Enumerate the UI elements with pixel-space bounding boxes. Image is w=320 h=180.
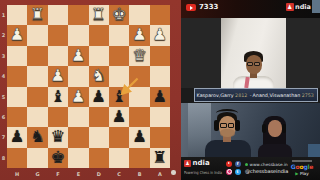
twitter-circle-icon[interactable]: t	[235, 169, 241, 175]
square-h7[interactable]: ♟	[7, 127, 27, 147]
square-b3[interactable]: ♛	[129, 46, 149, 66]
google-play-badge[interactable]: Google ▶ Play	[287, 159, 317, 176]
square-h3[interactable]	[7, 46, 27, 66]
player-webcam-feed	[221, 18, 286, 88]
brand-tagline: Powering Chess in India	[184, 170, 222, 175]
instagram-lens-icon	[227, 169, 232, 174]
piece-wK[interactable]: ♚	[109, 5, 129, 25]
piece-bQ[interactable]: ♛	[48, 127, 68, 147]
square-c6[interactable]: ♟	[109, 107, 129, 127]
commentator-male-body	[205, 140, 251, 157]
file-label: D	[89, 169, 109, 179]
square-d2[interactable]	[89, 25, 109, 45]
youtube-circle-icon[interactable]	[226, 161, 232, 167]
piece-wP[interactable]: ♟	[48, 66, 68, 86]
piece-bP[interactable]: ♟	[7, 127, 27, 147]
square-g3[interactable]	[27, 46, 47, 66]
player-glasses	[247, 62, 260, 66]
square-c1[interactable]: ♚	[109, 5, 129, 25]
commentators-webcam-panel	[181, 103, 320, 157]
square-d5[interactable]: ♟	[89, 87, 109, 107]
square-e6[interactable]	[68, 107, 88, 127]
commentator-female-body	[258, 144, 292, 157]
square-g7[interactable]: ♞	[27, 127, 47, 147]
commentator-male-glasses	[220, 123, 234, 128]
headphone-band-icon	[216, 109, 238, 117]
square-a1[interactable]	[150, 5, 170, 25]
rank-label: 5	[0, 87, 7, 107]
player-webcam-panel	[181, 18, 320, 88]
white-player-name: Kasparov,Garry	[197, 93, 234, 98]
file-label: C	[109, 169, 129, 179]
square-b1[interactable]	[129, 5, 149, 25]
side-to-move-indicator	[171, 170, 176, 175]
rank-label: 1	[0, 5, 7, 25]
square-h8[interactable]	[7, 148, 27, 168]
square-d8[interactable]	[89, 148, 109, 168]
piece-wN[interactable]: ♞	[89, 66, 109, 86]
website-link[interactable]: www.chessbase.in	[245, 162, 288, 167]
piece-wP[interactable]: ♟	[68, 87, 88, 107]
stream-panel: 7333 ♟ ndia Kasparov,Garry 2812 - Anand,…	[181, 0, 320, 180]
square-g5[interactable]	[27, 87, 47, 107]
square-d4[interactable]: ♞	[89, 66, 109, 86]
square-f7[interactable]: ♛	[48, 127, 68, 147]
brand-wordmark-footer: ndia	[193, 159, 210, 167]
black-player-rating: 2753	[302, 93, 314, 98]
square-a2[interactable]: ♟	[150, 25, 170, 45]
file-label: B	[129, 169, 149, 179]
instagram-circle-icon[interactable]	[226, 169, 232, 175]
square-g8[interactable]	[27, 148, 47, 168]
rank-label: 4	[0, 66, 7, 86]
channel-footer-bar: ♟ ndia Powering Chess in India f t www.c…	[181, 157, 320, 180]
square-f4[interactable]: ♟	[48, 66, 68, 86]
commentator-female-face	[268, 120, 282, 137]
square-a3[interactable]	[150, 46, 170, 66]
square-h5[interactable]	[7, 87, 27, 107]
piece-wP[interactable]: ♟	[129, 25, 149, 45]
brand-square-icon: ♟	[286, 3, 294, 11]
file-labels: HGFEDCBA	[7, 169, 170, 179]
background-monitor-patch	[308, 144, 320, 157]
piece-wP[interactable]: ♟	[7, 25, 27, 45]
play-wordmark: ▶ Play	[287, 171, 317, 176]
square-a4[interactable]	[150, 66, 170, 86]
file-label: H	[7, 169, 27, 179]
square-e8[interactable]	[68, 148, 88, 168]
viewer-count: 7333	[199, 3, 218, 11]
square-c7[interactable]	[109, 127, 129, 147]
file-label: A	[150, 169, 170, 179]
file-label: E	[68, 169, 88, 179]
piece-wQ[interactable]: ♛	[129, 46, 149, 66]
game-title-banner: Kasparov,Garry 2812 - Anand,Viswanathan …	[194, 88, 318, 102]
square-a5[interactable]: ♟	[150, 87, 170, 107]
piece-wR[interactable]: ♜	[89, 5, 109, 25]
black-player-name: Anand,Viswanathan	[253, 93, 301, 98]
piece-bR[interactable]: ♜	[150, 148, 170, 168]
piece-bP[interactable]: ♟	[89, 87, 109, 107]
square-g6[interactable]	[27, 107, 47, 127]
square-c8[interactable]	[109, 148, 129, 168]
social-handle[interactable]: @chessbaseindia	[245, 168, 288, 174]
square-a8[interactable]: ♜	[150, 148, 170, 168]
square-c5[interactable]: ♝	[109, 87, 129, 107]
square-c2[interactable]	[109, 25, 129, 45]
youtube-icon[interactable]	[186, 4, 196, 11]
square-d6[interactable]	[89, 107, 109, 127]
rank-label: 6	[0, 107, 7, 127]
play-triangle-icon	[190, 6, 193, 10]
square-e1[interactable]	[68, 5, 88, 25]
commentator-male-beard	[220, 129, 235, 137]
file-label: F	[48, 169, 68, 179]
square-b2[interactable]: ♟	[129, 25, 149, 45]
square-d1[interactable]: ♜	[89, 5, 109, 25]
chessbase-india-logo-footer: ♟	[184, 160, 191, 167]
square-e3[interactable]: ♟	[68, 46, 88, 66]
square-f1[interactable]	[48, 5, 68, 25]
square-a6[interactable]	[150, 107, 170, 127]
square-e2[interactable]	[68, 25, 88, 45]
file-label: G	[27, 169, 47, 179]
rank-label: 8	[0, 148, 7, 168]
rank-label: 7	[0, 127, 7, 147]
piece-bB[interactable]: ♝	[109, 87, 129, 107]
square-h6[interactable]	[7, 107, 27, 127]
website-url: www.chessbase.in	[250, 162, 288, 167]
square-b8[interactable]	[129, 148, 149, 168]
brand-wordmark: ndia	[295, 3, 311, 11]
facebook-circle-icon[interactable]: f	[235, 161, 241, 167]
square-f2[interactable]	[48, 25, 68, 45]
square-c3[interactable]	[109, 46, 129, 66]
square-h4[interactable]	[7, 66, 27, 86]
square-g4[interactable]	[27, 66, 47, 86]
headphone-cup-icon	[235, 120, 240, 131]
square-d7[interactable]	[89, 127, 109, 147]
piece-bP[interactable]: ♟	[150, 87, 170, 107]
piece-wP[interactable]: ♟	[150, 25, 170, 45]
square-f3[interactable]	[48, 46, 68, 66]
square-b5[interactable]	[129, 87, 149, 107]
square-a7[interactable]	[150, 127, 170, 147]
play-triangle-icon	[228, 162, 230, 164]
square-e4[interactable]	[68, 66, 88, 86]
headphone-cup-icon	[262, 124, 266, 133]
square-g2[interactable]	[27, 25, 47, 45]
piece-bK[interactable]: ♚	[48, 148, 68, 168]
google-wordmark: Google	[287, 163, 317, 170]
square-f5[interactable]: ♝	[48, 87, 68, 107]
badge-small-print	[292, 160, 312, 162]
vs-separator: -	[250, 93, 252, 98]
chess-board-frame: 12345678 ♜♜♚♟♟♟♟♛♟♞♝♟♟♝♟♟♟♞♛♟♚♜ HGFEDCBA	[0, 0, 181, 180]
stream-header: 7333 ♟ ndia	[181, 0, 320, 18]
corner-video-patch	[312, 0, 320, 13]
square-b7[interactable]: ♟	[129, 127, 149, 147]
rank-label: 3	[0, 46, 7, 66]
square-f6[interactable]	[48, 107, 68, 127]
headphone-cup-icon	[282, 124, 286, 133]
square-d3[interactable]	[89, 46, 109, 66]
square-e7[interactable]	[68, 127, 88, 147]
square-f8[interactable]: ♚	[48, 148, 68, 168]
chessbase-india-logo-top: ♟ ndia	[286, 3, 311, 11]
piece-wR[interactable]: ♜	[27, 5, 47, 25]
globe-icon	[245, 163, 248, 166]
square-g1[interactable]: ♜	[27, 5, 47, 25]
piece-bN[interactable]: ♞	[27, 127, 47, 147]
square-h1[interactable]	[7, 5, 27, 25]
piece-wP[interactable]: ♟	[68, 46, 88, 66]
white-player-rating: 2812	[235, 93, 247, 98]
square-b4[interactable]	[129, 66, 149, 86]
piece-bB[interactable]: ♝	[48, 87, 68, 107]
piece-bP[interactable]: ♟	[129, 127, 149, 147]
square-c4[interactable]	[109, 66, 129, 86]
square-b6[interactable]	[129, 107, 149, 127]
piece-bP[interactable]: ♟	[109, 107, 129, 127]
rank-label: 2	[0, 25, 7, 45]
square-e5[interactable]: ♟	[68, 87, 88, 107]
rank-labels: 12345678	[0, 5, 7, 168]
headphone-cup-icon	[214, 120, 219, 131]
board-grid[interactable]: ♜♜♚♟♟♟♟♛♟♞♝♟♟♝♟♟♟♞♛♟♚♜	[7, 5, 170, 168]
square-h2[interactable]: ♟	[7, 25, 27, 45]
